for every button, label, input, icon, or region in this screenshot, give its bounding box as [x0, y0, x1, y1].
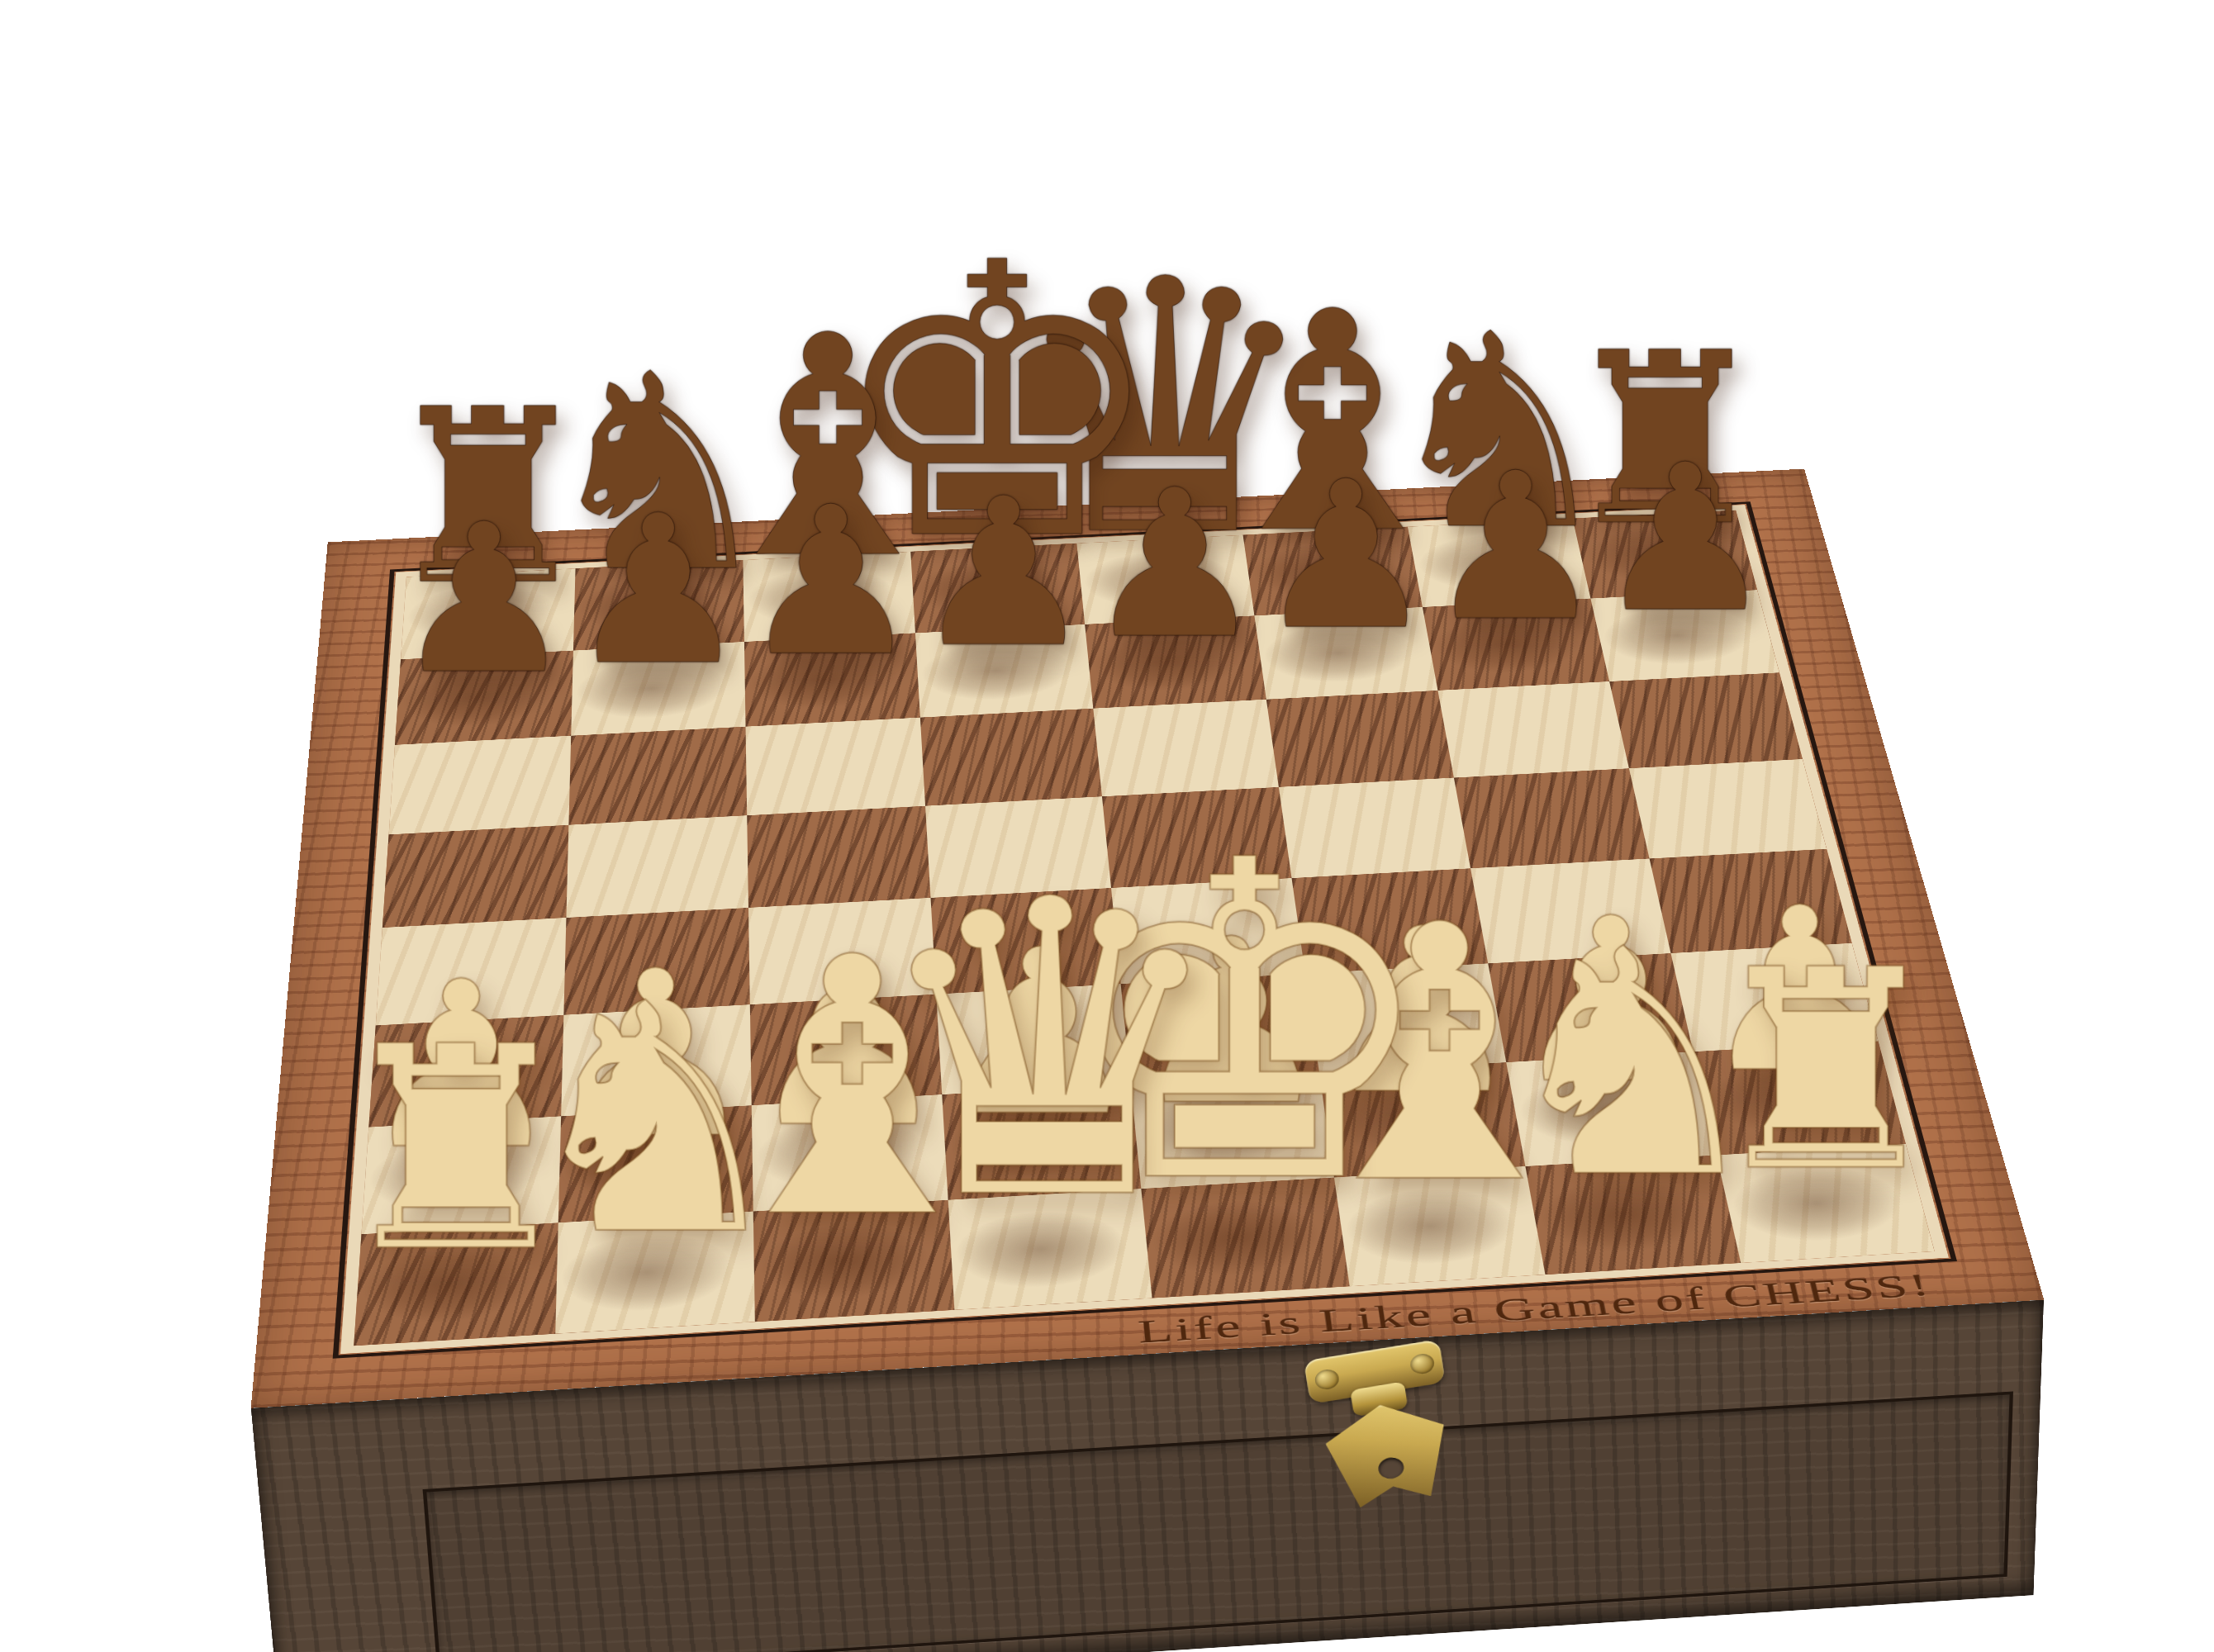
chess-box: ♜♞♝♚♛♝♞♜♟♟♟♟♟♟♟♟♟♟♟♟♟♟♟♟♜♞♝♛♚♝♞♜ Life is… — [251, 469, 2044, 1408]
brass-latch[interactable] — [1288, 1323, 1479, 1534]
latch-hole — [1377, 1456, 1405, 1481]
chess-set-product-photo: ♜♞♝♚♛♝♞♜♟♟♟♟♟♟♟♟♟♟♟♟♟♟♟♟♜♞♝♛♚♝♞♜ Life is… — [0, 0, 2214, 1652]
piece-black-pawn-a7[interactable]: ♟ — [247, 496, 721, 702]
piece-layer: ♜♞♝♚♛♝♞♜♟♟♟♟♟♟♟♟♟♟♟♟♟♟♟♟♜♞♝♛♚♝♞♜ — [354, 510, 1934, 1346]
scene: ♜♞♝♚♛♝♞♜♟♟♟♟♟♟♟♟♟♟♟♟♟♟♟♟♜♞♝♛♚♝♞♜ Life is… — [0, 0, 2214, 1652]
latch-flap — [1321, 1395, 1455, 1512]
drawer-front[interactable] — [423, 1391, 2013, 1652]
piece-white-rook-a1[interactable]: ♜ — [185, 1010, 727, 1290]
chess-board: ♜♞♝♚♛♝♞♜♟♟♟♟♟♟♟♟♟♟♟♟♟♟♟♟♜♞♝♛♚♝♞♜ Life is… — [251, 469, 2044, 1408]
